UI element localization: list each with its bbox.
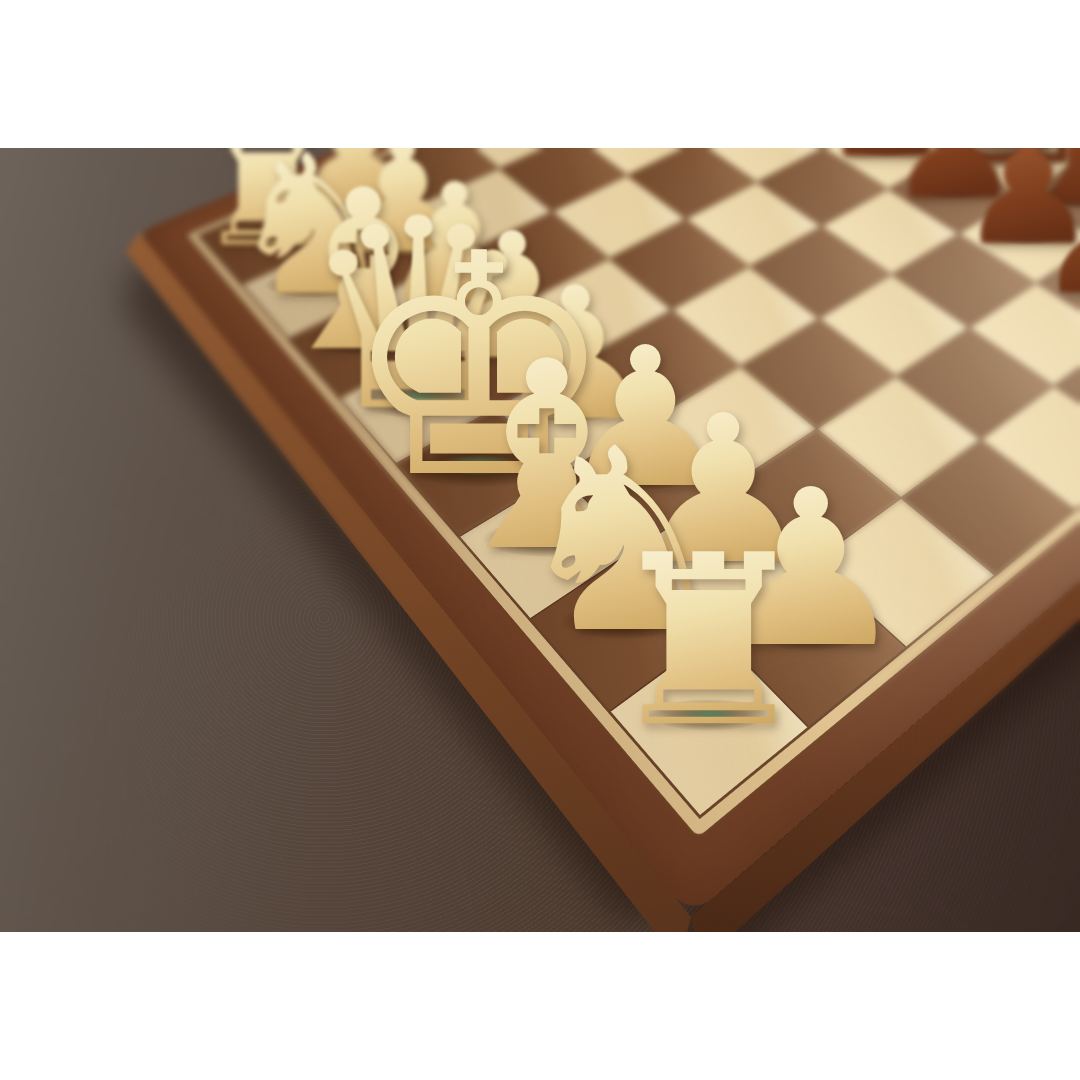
white-pawn-b2: ♟ bbox=[323, 148, 482, 277]
white-king-e1: ♚ bbox=[326, 214, 632, 520]
black-knight-g8: ♞ bbox=[1075, 148, 1080, 279]
white-pawn-g2: ♟ bbox=[621, 388, 825, 592]
piece-shadow bbox=[758, 621, 865, 651]
black-queen-d8: ♛ bbox=[845, 148, 1048, 155]
piece-shadow bbox=[1040, 182, 1080, 209]
white-rook-h1: ♜ bbox=[591, 524, 826, 759]
felt-base bbox=[441, 455, 516, 475]
felt-base bbox=[515, 530, 579, 547]
white-knight-b1: ♞ bbox=[216, 148, 410, 324]
felt-base bbox=[680, 706, 738, 721]
white-knight-g1: ♞ bbox=[496, 416, 749, 669]
white-pawn-c2: ♟ bbox=[372, 162, 538, 328]
piece-shadow bbox=[317, 187, 392, 208]
piece-shadow bbox=[469, 336, 555, 360]
piece-shadow bbox=[1068, 272, 1080, 295]
white-pawn-f2: ♟ bbox=[549, 322, 742, 515]
white-pawn-h2: ♟ bbox=[703, 461, 920, 678]
felt-base bbox=[592, 613, 654, 629]
black-pawn-g7: ♟ bbox=[1027, 153, 1080, 318]
pieces-layer: ♛♚♝♞♟♟♟♟♟♟♟♟♟♟♟♟♟♜♞♝♛♚♝♞♜ bbox=[0, 148, 1080, 932]
white-rook-a1: ♜ bbox=[186, 148, 349, 270]
white-pawn-d2: ♟ bbox=[425, 210, 599, 384]
felt-base bbox=[622, 470, 670, 483]
piece-shadow bbox=[598, 463, 693, 490]
black-king-e8: ♚ bbox=[898, 148, 1080, 198]
piece-shadow bbox=[651, 699, 767, 731]
piece-shadow bbox=[957, 148, 1072, 170]
black-bishop-f8: ♝ bbox=[991, 148, 1080, 235]
piece-shadow bbox=[483, 521, 611, 557]
piece-shadow bbox=[530, 397, 620, 422]
piece-shadow bbox=[353, 381, 483, 417]
piece-shadow bbox=[989, 223, 1067, 245]
white-pawn-a2: ♟ bbox=[279, 148, 431, 230]
black-pawn-f7: ♟ bbox=[950, 148, 1080, 267]
white-bishop-c1: ♝ bbox=[252, 160, 474, 382]
white-bishop-f1: ♝ bbox=[417, 328, 677, 588]
white-pawn-e2: ♟ bbox=[484, 263, 667, 446]
felt-base bbox=[784, 628, 837, 642]
piece-shadow bbox=[414, 282, 496, 305]
felt-base bbox=[385, 390, 450, 407]
piece-shadow bbox=[917, 178, 991, 199]
felt-base bbox=[698, 544, 748, 557]
screenshot-page: ♛♚♝♞♟♟♟♟♟♟♟♟♟♟♟♟♟♜♞♝♛♚♝♞♜ bbox=[0, 0, 1080, 1080]
white-queen-d1: ♛ bbox=[286, 184, 550, 448]
piece-shadow bbox=[851, 148, 922, 157]
black-pawn-d7: ♟ bbox=[814, 148, 959, 179]
piece-shadow bbox=[403, 445, 554, 487]
piece-shadow bbox=[673, 538, 774, 566]
piece-shadow bbox=[308, 324, 417, 355]
black-pawn-e7: ♟ bbox=[879, 148, 1030, 221]
piece-shadow bbox=[561, 604, 686, 639]
felt-base bbox=[553, 403, 598, 415]
piece-shadow bbox=[265, 272, 361, 299]
piece-shadow bbox=[364, 232, 442, 254]
chess-set-photo: ♛♚♝♞♟♟♟♟♟♟♟♟♟♟♟♟♟♜♞♝♛♚♝♞♜ bbox=[0, 148, 1080, 932]
piece-shadow bbox=[227, 224, 307, 246]
